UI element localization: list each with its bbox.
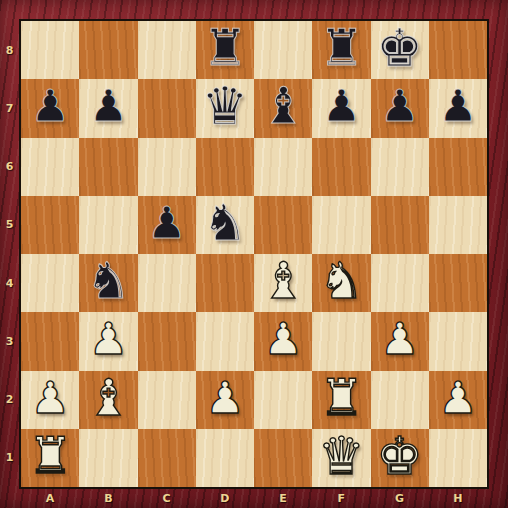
- chess-board: ♜♜♚♟♟♛♝♟♟♟♟♞♞♝♞♟♟♟♟♝♟♜♟♜♛♚: [19, 19, 489, 489]
- black-bishop-piece[interactable]: ♝: [261, 81, 306, 131]
- square-c7[interactable]: [138, 79, 196, 137]
- square-d3[interactable]: [196, 312, 254, 370]
- rank-label-4: 4: [0, 254, 19, 312]
- rank-label-1: 1: [0, 429, 19, 487]
- square-g2[interactable]: [371, 371, 429, 429]
- square-f7[interactable]: ♟: [312, 79, 370, 137]
- rank-label-3: 3: [0, 312, 19, 370]
- white-rook-piece[interactable]: ♜: [28, 431, 73, 481]
- white-pawn-piece[interactable]: ♟: [205, 376, 244, 420]
- square-d5[interactable]: ♞: [196, 196, 254, 254]
- square-g7[interactable]: ♟: [371, 79, 429, 137]
- square-g5[interactable]: [371, 196, 429, 254]
- square-f2[interactable]: ♜: [312, 371, 370, 429]
- black-knight-piece[interactable]: ♞: [202, 198, 247, 248]
- rank-label-2: 2: [0, 371, 19, 429]
- rank-label-8: 8: [0, 21, 19, 79]
- square-b4[interactable]: ♞: [79, 254, 137, 312]
- square-h8[interactable]: [429, 21, 487, 79]
- square-e1[interactable]: [254, 429, 312, 487]
- square-g6[interactable]: [371, 138, 429, 196]
- square-a1[interactable]: ♜: [21, 429, 79, 487]
- file-label-b: B: [79, 489, 137, 508]
- square-c1[interactable]: [138, 429, 196, 487]
- square-h6[interactable]: [429, 138, 487, 196]
- file-label-a: A: [21, 489, 79, 508]
- square-a8[interactable]: [21, 21, 79, 79]
- square-c8[interactable]: [138, 21, 196, 79]
- square-f4[interactable]: ♞: [312, 254, 370, 312]
- square-f5[interactable]: [312, 196, 370, 254]
- square-g4[interactable]: [371, 254, 429, 312]
- black-pawn-piece[interactable]: ♟: [380, 84, 419, 128]
- square-h5[interactable]: [429, 196, 487, 254]
- black-knight-piece[interactable]: ♞: [86, 256, 131, 306]
- square-b6[interactable]: [79, 138, 137, 196]
- square-d1[interactable]: [196, 429, 254, 487]
- square-f1[interactable]: ♛: [312, 429, 370, 487]
- white-knight-piece[interactable]: ♞: [319, 256, 364, 306]
- black-pawn-piece[interactable]: ♟: [322, 84, 361, 128]
- square-b5[interactable]: [79, 196, 137, 254]
- square-e7[interactable]: ♝: [254, 79, 312, 137]
- white-king-piece[interactable]: ♚: [376, 430, 423, 482]
- white-rook-piece[interactable]: ♜: [319, 373, 364, 423]
- square-e3[interactable]: ♟: [254, 312, 312, 370]
- black-rook-piece[interactable]: ♜: [319, 23, 364, 73]
- square-a6[interactable]: [21, 138, 79, 196]
- white-bishop-piece[interactable]: ♝: [261, 256, 306, 306]
- white-pawn-piece[interactable]: ♟: [380, 317, 419, 361]
- square-f8[interactable]: ♜: [312, 21, 370, 79]
- white-pawn-piece[interactable]: ♟: [89, 317, 128, 361]
- square-d2[interactable]: ♟: [196, 371, 254, 429]
- black-pawn-piece[interactable]: ♟: [30, 84, 69, 128]
- square-e2[interactable]: [254, 371, 312, 429]
- file-label-e: E: [254, 489, 312, 508]
- square-c4[interactable]: [138, 254, 196, 312]
- file-label-h: H: [429, 489, 487, 508]
- rank-label-5: 5: [0, 196, 19, 254]
- rank-label-6: 6: [0, 138, 19, 196]
- square-b8[interactable]: [79, 21, 137, 79]
- square-b3[interactable]: ♟: [79, 312, 137, 370]
- square-d8[interactable]: ♜: [196, 21, 254, 79]
- square-h1[interactable]: [429, 429, 487, 487]
- square-f3[interactable]: [312, 312, 370, 370]
- square-e5[interactable]: [254, 196, 312, 254]
- square-h4[interactable]: [429, 254, 487, 312]
- square-h2[interactable]: ♟: [429, 371, 487, 429]
- file-label-d: D: [196, 489, 254, 508]
- square-g3[interactable]: ♟: [371, 312, 429, 370]
- square-b1[interactable]: [79, 429, 137, 487]
- square-h3[interactable]: [429, 312, 487, 370]
- rank-labels: 87654321: [0, 21, 19, 487]
- black-queen-piece[interactable]: ♛: [202, 80, 249, 132]
- black-pawn-piece[interactable]: ♟: [438, 84, 477, 128]
- square-a2[interactable]: ♟: [21, 371, 79, 429]
- file-label-g: G: [371, 489, 429, 508]
- square-b2[interactable]: ♝: [79, 371, 137, 429]
- square-d4[interactable]: [196, 254, 254, 312]
- square-a3[interactable]: [21, 312, 79, 370]
- black-rook-piece[interactable]: ♜: [202, 23, 247, 73]
- rank-label-7: 7: [0, 79, 19, 137]
- square-d7[interactable]: ♛: [196, 79, 254, 137]
- black-pawn-piece[interactable]: ♟: [147, 201, 186, 245]
- square-d6[interactable]: [196, 138, 254, 196]
- square-h7[interactable]: ♟: [429, 79, 487, 137]
- black-pawn-piece[interactable]: ♟: [89, 84, 128, 128]
- square-c3[interactable]: [138, 312, 196, 370]
- white-pawn-piece[interactable]: ♟: [438, 376, 477, 420]
- square-a4[interactable]: [21, 254, 79, 312]
- square-a5[interactable]: [21, 196, 79, 254]
- square-c2[interactable]: [138, 371, 196, 429]
- square-g1[interactable]: ♚: [371, 429, 429, 487]
- black-king-piece[interactable]: ♚: [376, 22, 423, 74]
- square-e6[interactable]: [254, 138, 312, 196]
- square-e8[interactable]: [254, 21, 312, 79]
- square-c6[interactable]: [138, 138, 196, 196]
- file-label-f: F: [312, 489, 370, 508]
- square-b7[interactable]: ♟: [79, 79, 137, 137]
- file-label-c: C: [138, 489, 196, 508]
- square-g8[interactable]: ♚: [371, 21, 429, 79]
- white-bishop-piece[interactable]: ♝: [86, 373, 131, 423]
- square-f6[interactable]: [312, 138, 370, 196]
- white-pawn-piece[interactable]: ♟: [30, 376, 69, 420]
- file-labels: ABCDEFGH: [21, 489, 487, 508]
- square-a7[interactable]: ♟: [21, 79, 79, 137]
- square-e4[interactable]: ♝: [254, 254, 312, 312]
- white-pawn-piece[interactable]: ♟: [263, 317, 302, 361]
- board-frame: 87654321 ABCDEFGH ♜♜♚♟♟♛♝♟♟♟♟♞♞♝♞♟♟♟♟♝♟♜…: [0, 0, 508, 508]
- square-c5[interactable]: ♟: [138, 196, 196, 254]
- white-queen-piece[interactable]: ♛: [318, 430, 365, 482]
